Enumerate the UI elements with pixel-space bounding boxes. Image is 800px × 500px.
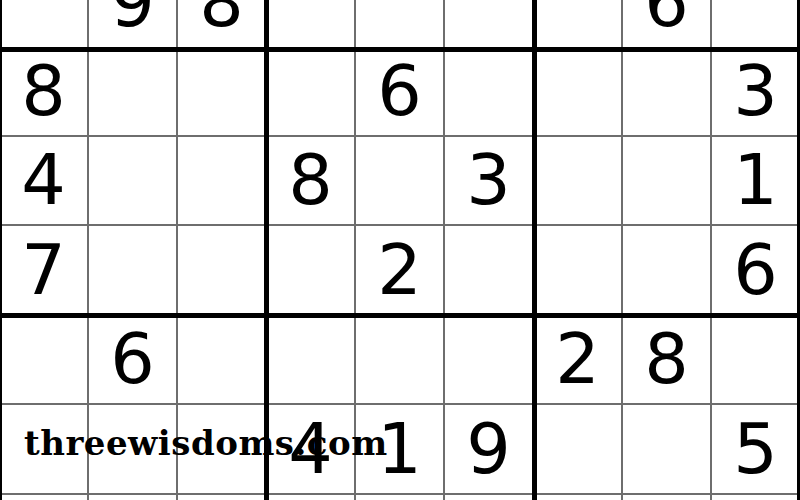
given-digit: 6 [733, 235, 778, 305]
cell-r1c5[interactable] [356, 0, 445, 47]
cell-r7c7[interactable] [534, 495, 623, 500]
cell-r6c8[interactable] [623, 405, 712, 495]
given-digit: 6 [377, 56, 422, 126]
cell-r5c4[interactable] [267, 316, 356, 406]
cell-r6c6[interactable]: 9 [445, 405, 534, 495]
cell-r1c8[interactable]: 6 [623, 0, 712, 47]
cell-r1c3[interactable]: 8 [178, 0, 267, 47]
cell-r1c6[interactable] [445, 0, 534, 47]
cell-r4c9[interactable]: 6 [712, 226, 800, 316]
cell-r2c6[interactable] [445, 47, 534, 137]
cell-r1c1[interactable] [0, 0, 89, 47]
cell-r7c3[interactable] [178, 495, 267, 500]
sudoku-screenshot: 98686348317266284195 threewisdoms.com [0, 0, 800, 500]
cell-r5c5[interactable] [356, 316, 445, 406]
cell-r7c4[interactable] [267, 495, 356, 500]
cell-r5c1[interactable] [0, 316, 89, 406]
cell-r4c2[interactable] [89, 226, 178, 316]
cell-r1c2[interactable]: 9 [89, 0, 178, 47]
cell-r2c9[interactable]: 3 [712, 47, 800, 137]
given-digit: 4 [21, 145, 66, 215]
cell-r3c9[interactable]: 1 [712, 137, 800, 227]
cell-r7c9[interactable] [712, 495, 800, 500]
cell-r7c6[interactable] [445, 495, 534, 500]
cell-r3c2[interactable] [89, 137, 178, 227]
given-digit: 3 [733, 56, 778, 126]
cell-r2c2[interactable] [89, 47, 178, 137]
cell-r7c1[interactable] [0, 495, 89, 500]
cell-r5c7[interactable]: 2 [534, 316, 623, 406]
cell-r3c1[interactable]: 4 [0, 137, 89, 227]
given-digit: 8 [644, 324, 689, 394]
given-digit: 7 [21, 235, 66, 305]
box-border-horizontal-bottom [0, 313, 800, 318]
cell-r6c7[interactable] [534, 405, 623, 495]
cell-r5c9[interactable] [712, 316, 800, 406]
cell-r2c4[interactable] [267, 47, 356, 137]
cell-r4c1[interactable]: 7 [0, 226, 89, 316]
cell-r7c2[interactable] [89, 495, 178, 500]
cell-r6c9[interactable]: 5 [712, 405, 800, 495]
cell-r7c5[interactable] [356, 495, 445, 500]
box-border-vertical-right [532, 0, 537, 500]
given-digit: 9 [110, 0, 155, 37]
given-digit: 2 [555, 324, 600, 394]
cell-r1c4[interactable] [267, 0, 356, 47]
given-digit: 6 [110, 324, 155, 394]
cell-r1c7[interactable] [534, 0, 623, 47]
cell-r5c2[interactable]: 6 [89, 316, 178, 406]
given-digit: 3 [466, 145, 511, 215]
given-digit: 8 [21, 56, 66, 126]
given-digit: 2 [377, 235, 422, 305]
cell-r5c6[interactable] [445, 316, 534, 406]
cell-r7c8[interactable] [623, 495, 712, 500]
cell-r4c6[interactable] [445, 226, 534, 316]
cell-r2c1[interactable]: 8 [0, 47, 89, 137]
cell-r4c4[interactable] [267, 226, 356, 316]
cell-r2c5[interactable]: 6 [356, 47, 445, 137]
given-digit: 5 [733, 414, 778, 484]
cell-r2c3[interactable] [178, 47, 267, 137]
given-digit: 9 [466, 414, 511, 484]
cell-r3c3[interactable] [178, 137, 267, 227]
cell-r3c8[interactable] [623, 137, 712, 227]
cell-r2c7[interactable] [534, 47, 623, 137]
box-border-horizontal-top [0, 47, 800, 52]
given-digit: 1 [733, 145, 778, 215]
cell-r4c5[interactable]: 2 [356, 226, 445, 316]
cell-r1c9[interactable] [712, 0, 800, 47]
cell-r3c6[interactable]: 3 [445, 137, 534, 227]
box-border-vertical-left [264, 0, 269, 500]
cell-r5c8[interactable]: 8 [623, 316, 712, 406]
cell-r4c3[interactable] [178, 226, 267, 316]
given-digit: 8 [199, 0, 244, 37]
cell-r5c3[interactable] [178, 316, 267, 406]
board-edge-left [0, 0, 2, 500]
cell-r4c8[interactable] [623, 226, 712, 316]
watermark-text: threewisdoms.com [24, 426, 388, 460]
cell-r3c5[interactable] [356, 137, 445, 227]
given-digit: 8 [288, 145, 333, 215]
cell-r2c8[interactable] [623, 47, 712, 137]
cell-r4c7[interactable] [534, 226, 623, 316]
cell-r3c4[interactable]: 8 [267, 137, 356, 227]
given-digit: 6 [644, 0, 689, 37]
cell-r3c7[interactable] [534, 137, 623, 227]
